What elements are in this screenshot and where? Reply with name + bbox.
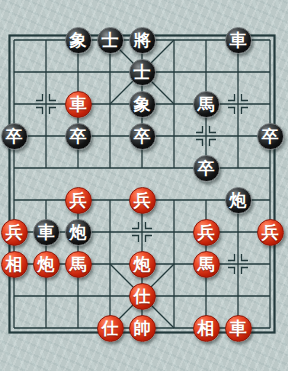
board-point-6-2[interactable]: 馬 [190, 88, 222, 120]
board-point-2-7[interactable]: 馬 [62, 248, 94, 280]
red-soldier[interactable]: 兵 [65, 187, 92, 214]
red-chariot[interactable]: 車 [65, 91, 92, 118]
board-point-1-7[interactable]: 炮 [30, 248, 62, 280]
board-point-8-1[interactable] [254, 56, 286, 88]
piece-glyph: 兵 [262, 220, 279, 243]
black-advisor[interactable]: 士 [129, 59, 156, 86]
piece-glyph: 卒 [198, 156, 215, 179]
red-cannon[interactable]: 炮 [129, 251, 156, 278]
board-point-0-7[interactable]: 相 [0, 248, 30, 280]
board-point-0-0[interactable] [0, 24, 30, 56]
piece-glyph: 馬 [198, 252, 215, 275]
board-point-8-0[interactable] [254, 24, 286, 56]
board-point-3-8[interactable] [94, 280, 126, 312]
board-point-1-9[interactable] [30, 312, 62, 344]
red-horse[interactable]: 馬 [193, 251, 220, 278]
black-cannon[interactable]: 炮 [225, 187, 252, 214]
board-point-5-9[interactable] [158, 312, 190, 344]
board-point-7-3[interactable] [222, 120, 254, 152]
board-point-6-3[interactable] [190, 120, 222, 152]
board-point-4-7[interactable]: 炮 [126, 248, 158, 280]
red-chariot[interactable]: 車 [225, 315, 252, 342]
red-soldier[interactable]: 兵 [193, 219, 220, 246]
board-point-0-6[interactable]: 兵 [0, 216, 30, 248]
board-point-7-9[interactable]: 車 [222, 312, 254, 344]
piece-glyph: 馬 [70, 252, 87, 275]
board-point-8-5[interactable] [254, 184, 286, 216]
board-point-0-9[interactable] [0, 312, 30, 344]
board-point-7-2[interactable] [222, 88, 254, 120]
piece-glyph: 車 [38, 220, 55, 243]
board-point-2-0[interactable]: 象 [62, 24, 94, 56]
board-point-8-4[interactable] [254, 152, 286, 184]
board-point-6-0[interactable] [190, 24, 222, 56]
board-point-3-0[interactable]: 士 [94, 24, 126, 56]
board-point-2-9[interactable] [62, 312, 94, 344]
board-point-0-5[interactable] [0, 184, 30, 216]
piece-glyph: 士 [134, 60, 151, 83]
piece-glyph: 炮 [38, 252, 55, 275]
black-soldier[interactable]: 卒 [193, 155, 220, 182]
board-point-7-1[interactable] [222, 56, 254, 88]
board-point-1-6[interactable]: 車 [30, 216, 62, 248]
board-point-5-7[interactable] [158, 248, 190, 280]
board-point-2-5[interactable]: 兵 [62, 184, 94, 216]
xiangqi-app: 象士將車士車象馬卒卒卒卒卒兵兵炮兵車炮兵兵相炮馬炮馬仕仕帥相車 [0, 0, 288, 371]
piece-glyph: 帥 [134, 316, 151, 339]
board-point-3-6[interactable] [94, 216, 126, 248]
board-point-8-9[interactable] [254, 312, 286, 344]
board-point-2-3[interactable]: 卒 [62, 120, 94, 152]
board-point-4-5[interactable]: 兵 [126, 184, 158, 216]
board-point-7-4[interactable] [222, 152, 254, 184]
board-point-3-9[interactable]: 仕 [94, 312, 126, 344]
board-point-1-3[interactable] [30, 120, 62, 152]
board-point-3-2[interactable] [94, 88, 126, 120]
piece-glyph: 車 [230, 28, 247, 51]
board-point-6-9[interactable]: 相 [190, 312, 222, 344]
board-point-1-8[interactable] [30, 280, 62, 312]
board-point-2-8[interactable] [62, 280, 94, 312]
board-point-0-4[interactable] [0, 152, 30, 184]
board-point-7-7[interactable] [222, 248, 254, 280]
piece-glyph: 卒 [6, 124, 23, 147]
black-cannon[interactable]: 炮 [65, 219, 92, 246]
board-point-4-8[interactable]: 仕 [126, 280, 158, 312]
board-point-1-4[interactable] [30, 152, 62, 184]
board-point-2-1[interactable] [62, 56, 94, 88]
board-point-6-8[interactable] [190, 280, 222, 312]
piece-glyph: 炮 [134, 252, 151, 275]
board-point-3-7[interactable] [94, 248, 126, 280]
board-point-4-2[interactable]: 象 [126, 88, 158, 120]
board-point-4-3[interactable]: 卒 [126, 120, 158, 152]
piece-glyph: 兵 [134, 188, 151, 211]
black-soldier[interactable]: 卒 [129, 123, 156, 150]
board-point-0-8[interactable] [0, 280, 30, 312]
piece-glyph: 炮 [70, 220, 87, 243]
piece-glyph: 將 [134, 28, 151, 51]
board-point-0-2[interactable] [0, 88, 30, 120]
board-point-6-5[interactable] [190, 184, 222, 216]
red-soldier[interactable]: 兵 [1, 219, 28, 246]
red-elephant[interactable]: 相 [193, 315, 220, 342]
xiangqi-board: 象士將車士車象馬卒卒卒卒卒兵兵炮兵車炮兵兵相炮馬炮馬仕仕帥相車 [0, 24, 286, 344]
board-point-3-5[interactable] [94, 184, 126, 216]
piece-glyph: 馬 [198, 92, 215, 115]
board-point-8-7[interactable] [254, 248, 286, 280]
board-point-4-0[interactable]: 將 [126, 24, 158, 56]
black-soldier[interactable]: 卒 [1, 123, 28, 150]
piece-glyph: 兵 [198, 220, 215, 243]
piece-glyph: 兵 [6, 220, 23, 243]
board-point-6-7[interactable]: 馬 [190, 248, 222, 280]
board-point-7-6[interactable] [222, 216, 254, 248]
board-point-6-4[interactable]: 卒 [190, 152, 222, 184]
board-point-3-3[interactable] [94, 120, 126, 152]
board-point-6-1[interactable] [190, 56, 222, 88]
piece-glyph: 象 [70, 28, 87, 51]
board-point-5-3[interactable] [158, 120, 190, 152]
piece-glyph: 兵 [70, 188, 87, 211]
board-point-1-1[interactable] [30, 56, 62, 88]
board-point-5-4[interactable] [158, 152, 190, 184]
piece-glyph: 炮 [230, 188, 247, 211]
red-cannon[interactable]: 炮 [33, 251, 60, 278]
board-point-5-6[interactable] [158, 216, 190, 248]
board-point-1-5[interactable] [30, 184, 62, 216]
board-point-5-5[interactable] [158, 184, 190, 216]
black-soldier[interactable]: 卒 [257, 123, 284, 150]
board-point-2-2[interactable]: 車 [62, 88, 94, 120]
board-point-8-6[interactable]: 兵 [254, 216, 286, 248]
piece-glyph: 卒 [134, 124, 151, 147]
board-point-7-0[interactable]: 車 [222, 24, 254, 56]
board-point-3-1[interactable] [94, 56, 126, 88]
board-point-0-3[interactable]: 卒 [0, 120, 30, 152]
red-horse[interactable]: 馬 [65, 251, 92, 278]
black-soldier[interactable]: 卒 [65, 123, 92, 150]
board-point-4-4[interactable] [126, 152, 158, 184]
board-point-3-4[interactable] [94, 152, 126, 184]
board-point-6-6[interactable]: 兵 [190, 216, 222, 248]
board-point-8-8[interactable] [254, 280, 286, 312]
black-elephant[interactable]: 象 [129, 91, 156, 118]
board-point-0-1[interactable] [0, 56, 30, 88]
black-horse[interactable]: 馬 [193, 91, 220, 118]
red-elephant[interactable]: 相 [1, 251, 28, 278]
board-point-2-6[interactable]: 炮 [62, 216, 94, 248]
board-point-8-2[interactable] [254, 88, 286, 120]
piece-glyph: 卒 [70, 124, 87, 147]
red-advisor[interactable]: 仕 [129, 283, 156, 310]
board-point-8-3[interactable]: 卒 [254, 120, 286, 152]
piece-glyph: 相 [6, 252, 23, 275]
piece-glyph: 仕 [134, 284, 151, 307]
piece-glyph: 仕 [102, 316, 119, 339]
board-point-4-1[interactable]: 士 [126, 56, 158, 88]
black-chariot[interactable]: 車 [33, 219, 60, 246]
piece-glyph: 車 [70, 92, 87, 115]
black-elephant[interactable]: 象 [65, 27, 92, 54]
black-advisor[interactable]: 士 [97, 27, 124, 54]
board-point-5-1[interactable] [158, 56, 190, 88]
board-point-5-8[interactable] [158, 280, 190, 312]
board-point-4-9[interactable]: 帥 [126, 312, 158, 344]
board-point-2-4[interactable] [62, 152, 94, 184]
board-point-7-8[interactable] [222, 280, 254, 312]
red-advisor[interactable]: 仕 [97, 315, 124, 342]
piece-glyph: 卒 [262, 124, 279, 147]
board-point-1-2[interactable] [30, 88, 62, 120]
board-point-1-0[interactable] [30, 24, 62, 56]
black-chariot[interactable]: 車 [225, 27, 252, 54]
black-general[interactable]: 將 [129, 27, 156, 54]
red-soldier[interactable]: 兵 [129, 187, 156, 214]
board-point-5-2[interactable] [158, 88, 190, 120]
piece-glyph: 象 [134, 92, 151, 115]
board-point-4-6[interactable] [126, 216, 158, 248]
board-point-5-0[interactable] [158, 24, 190, 56]
red-soldier[interactable]: 兵 [257, 219, 284, 246]
board-point-7-5[interactable]: 炮 [222, 184, 254, 216]
red-general[interactable]: 帥 [129, 315, 156, 342]
piece-glyph: 士 [102, 28, 119, 51]
piece-glyph: 相 [198, 316, 215, 339]
piece-glyph: 車 [230, 316, 247, 339]
